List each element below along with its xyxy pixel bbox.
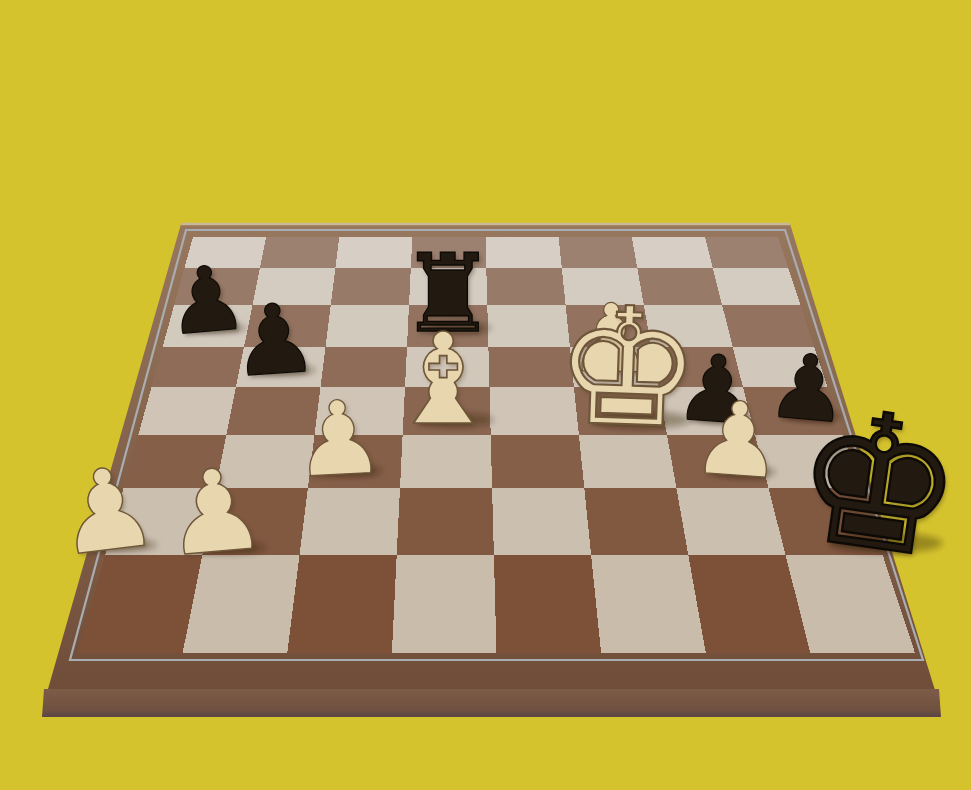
square-g8[interactable] (632, 237, 713, 268)
square-f8[interactable] (559, 237, 638, 268)
piece-white-pawn-g3[interactable]: ♟ (683, 386, 792, 495)
piece-white-bishop-d4[interactable]: ♝ (380, 317, 506, 443)
square-b8[interactable] (260, 237, 339, 268)
square-c1[interactable] (287, 555, 396, 653)
square-d2[interactable] (397, 488, 494, 555)
piece-black-pawn-b5[interactable]: ♟ (223, 289, 325, 391)
chess-app-background: ♟♜♟♟♝♚♟♟♟♟♟♟♚ (0, 0, 971, 790)
square-a4[interactable] (138, 387, 236, 435)
square-d1[interactable] (392, 555, 497, 653)
square-e2[interactable] (492, 488, 591, 555)
piece-white-pawn-a2[interactable]: ♟ (44, 448, 169, 573)
piece-black-king-h2[interactable]: ♚ (773, 378, 971, 588)
frame-front-face (42, 689, 941, 717)
piece-white-pawn-c3[interactable]: ♟ (285, 386, 392, 493)
square-f2[interactable] (584, 488, 688, 555)
square-e1[interactable] (494, 555, 601, 653)
square-h7[interactable] (713, 268, 801, 305)
piece-white-pawn-b2[interactable]: ♟ (153, 451, 277, 575)
square-f1[interactable] (591, 555, 706, 653)
square-h8[interactable] (705, 237, 788, 268)
